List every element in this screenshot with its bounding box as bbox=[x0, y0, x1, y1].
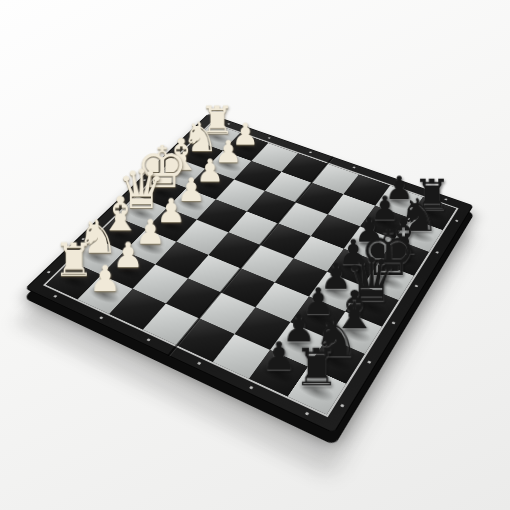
piece-ground-shadow bbox=[53, 269, 92, 292]
frame-rivet bbox=[305, 412, 310, 416]
frame-rivet bbox=[196, 128, 200, 130]
frame-rivet bbox=[197, 362, 202, 366]
chess-scene: ♜♟♟♜♞♟♟♞♝♟♟♝♚♟♟♚♛♟♟♛♝♟♟♝♞♟♟♞♜♟♟♜ bbox=[0, 0, 510, 510]
frame-rivet bbox=[392, 321, 396, 324]
piece-ground-shadow bbox=[143, 183, 178, 202]
piece-ground-shadow bbox=[277, 332, 319, 359]
piece-ground-shadow bbox=[101, 224, 138, 245]
frame-rivet bbox=[81, 238, 85, 241]
frame-rivet bbox=[352, 166, 356, 168]
piece-ground-shadow bbox=[256, 360, 299, 388]
square-e8: ♚ bbox=[362, 262, 414, 300]
frame-rivet bbox=[249, 386, 254, 390]
board-frame: ♜♟♟♜♞♟♟♞♝♟♟♝♚♟♟♚♛♟♟♛♝♟♟♝♞♟♟♞♜♟♟♜ bbox=[25, 114, 474, 434]
piece-ground-shadow bbox=[384, 247, 422, 269]
product-photo-backdrop: ♜♟♟♜♞♟♟♞♝♟♟♝♚♟♟♚♛♟♟♛♝♟♟♝♞♟♟♞♜♟♟♜ bbox=[0, 0, 510, 510]
frame-rivet bbox=[444, 198, 448, 201]
piece-ground-shadow bbox=[108, 259, 146, 282]
frame-rivet bbox=[367, 361, 372, 365]
piece-ground-shadow bbox=[131, 237, 168, 258]
frame-rivet bbox=[53, 295, 58, 298]
frame-rivet bbox=[170, 153, 174, 155]
frame-rivet bbox=[99, 316, 104, 319]
frame-rivet bbox=[113, 207, 117, 210]
frame-rivet bbox=[267, 137, 271, 139]
frame-rivet bbox=[397, 182, 401, 184]
frame-rivet bbox=[435, 251, 439, 254]
frame-rivet bbox=[414, 285, 418, 288]
frame-rivet bbox=[47, 271, 51, 274]
board-grid: ♜♟♟♜♞♟♟♞♝♟♟♝♚♟♟♚♛♟♟♛♝♟♟♝♞♟♟♞♜♟♟♜ bbox=[43, 122, 459, 417]
frame-rivet bbox=[340, 404, 345, 408]
piece-ground-shadow bbox=[368, 270, 407, 293]
piece-ground-shadow bbox=[85, 283, 124, 307]
chessboard: ♜♟♟♜♞♟♟♞♝♟♟♝♚♟♟♚♛♟♟♛♝♟♟♝♞♟♟♞♜♟♟♜ bbox=[25, 114, 474, 434]
frame-rivet bbox=[227, 123, 231, 125]
frame-rivet bbox=[309, 151, 313, 153]
piece-ground-shadow bbox=[78, 246, 116, 268]
frame-rivet bbox=[455, 219, 459, 222]
frame-rivet bbox=[142, 179, 146, 181]
frame-rivet bbox=[147, 338, 152, 341]
piece-ground-shadow bbox=[294, 377, 338, 406]
